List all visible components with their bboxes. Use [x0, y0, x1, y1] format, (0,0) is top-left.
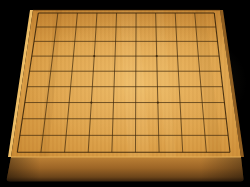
board-front-face	[7, 157, 244, 182]
photo-background	[0, 0, 250, 187]
board-surface	[11, 10, 247, 157]
shogi-board	[0, 0, 250, 187]
